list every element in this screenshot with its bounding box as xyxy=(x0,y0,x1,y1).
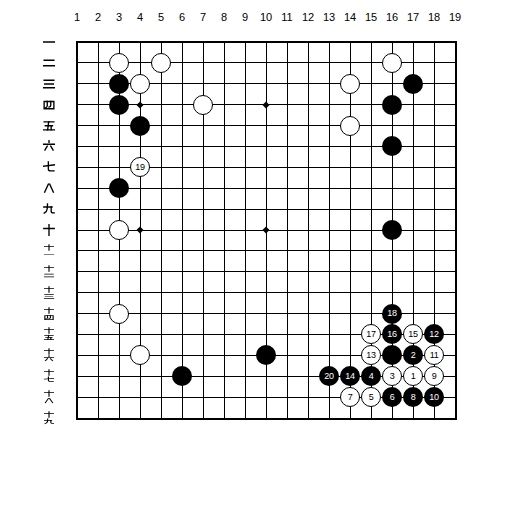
move-number: 17 xyxy=(366,330,375,339)
go-diagram-page: 12345678910111213141516171819 1234567891… xyxy=(0,0,512,512)
white-stone-17-15-move-15: 15 xyxy=(403,324,423,344)
row-label-1 xyxy=(43,36,56,49)
move-number: 5 xyxy=(369,393,374,402)
column-label-17: 17 xyxy=(407,12,419,23)
white-stone-16-2 xyxy=(382,53,402,73)
black-stone-16-4 xyxy=(382,95,402,115)
white-stone-3-14 xyxy=(109,304,129,324)
grid-line-horizontal xyxy=(77,271,455,272)
row-label-5 xyxy=(43,119,56,132)
white-stone-15-18-move-5: 5 xyxy=(361,387,381,407)
move-number: 2 xyxy=(411,351,416,360)
black-stone-16-15-move-16: 16 xyxy=(382,324,402,344)
column-label-13: 13 xyxy=(323,12,335,23)
row-label-15 xyxy=(44,327,55,341)
column-label-5: 5 xyxy=(158,12,164,23)
grid-line-horizontal xyxy=(77,292,455,293)
column-label-12: 12 xyxy=(302,12,314,23)
grid-line-horizontal xyxy=(77,250,455,251)
row-label-7 xyxy=(43,161,56,174)
move-number: 14 xyxy=(345,372,354,381)
row-label-8 xyxy=(43,182,56,195)
move-number: 12 xyxy=(429,330,438,339)
row-label-3 xyxy=(43,77,56,90)
black-stone-10-16 xyxy=(256,345,276,365)
column-label-1: 1 xyxy=(74,12,80,23)
row-label-10 xyxy=(43,224,56,237)
grid-line-horizontal xyxy=(77,188,455,189)
row-label-12 xyxy=(44,265,55,279)
black-stone-3-4 xyxy=(109,95,129,115)
row-label-11 xyxy=(44,244,55,258)
row-label-17 xyxy=(44,369,55,383)
column-label-8: 8 xyxy=(221,12,227,23)
black-stone-16-6 xyxy=(382,136,402,156)
move-number: 6 xyxy=(390,393,395,402)
column-label-14: 14 xyxy=(344,12,356,23)
move-number: 8 xyxy=(411,393,416,402)
white-stone-15-16-move-13: 13 xyxy=(361,345,381,365)
black-stone-18-18-move-10: 10 xyxy=(424,387,444,407)
move-number: 20 xyxy=(324,372,333,381)
white-stone-5-2 xyxy=(151,53,171,73)
white-stone-15-15-move-17: 17 xyxy=(361,324,381,344)
black-stone-17-16-move-2: 2 xyxy=(403,345,423,365)
move-number: 9 xyxy=(432,372,437,381)
white-stone-18-16-move-11: 11 xyxy=(424,345,444,365)
black-stone-16-16 xyxy=(382,345,402,365)
move-number: 1 xyxy=(411,372,416,381)
move-number: 11 xyxy=(430,351,439,360)
column-label-11: 11 xyxy=(281,12,292,23)
black-stone-16-14-move-18: 18 xyxy=(382,304,402,324)
white-stone-14-5 xyxy=(340,116,360,136)
row-label-14 xyxy=(44,307,55,321)
row-label-16 xyxy=(44,348,55,362)
black-stone-17-3 xyxy=(403,74,423,94)
move-number: 3 xyxy=(390,372,395,381)
row-label-9 xyxy=(43,203,56,216)
white-stone-4-16 xyxy=(130,345,150,365)
row-label-13 xyxy=(44,286,55,300)
move-number: 19 xyxy=(135,163,144,172)
row-label-6 xyxy=(43,140,56,153)
move-number: 10 xyxy=(429,393,438,402)
black-stone-18-15-move-12: 12 xyxy=(424,324,444,344)
white-stone-3-10 xyxy=(109,220,129,240)
move-number: 16 xyxy=(387,330,396,339)
column-label-15: 15 xyxy=(365,12,377,23)
black-stone-17-18-move-8: 8 xyxy=(403,387,423,407)
white-stone-4-7-move-19: 19 xyxy=(130,157,150,177)
white-stone-14-18-move-7: 7 xyxy=(340,387,360,407)
move-number: 13 xyxy=(366,351,375,360)
grid-line-horizontal xyxy=(77,209,455,210)
black-stone-3-8 xyxy=(109,178,129,198)
column-label-18: 18 xyxy=(428,12,440,23)
white-stone-4-3 xyxy=(130,74,150,94)
white-stone-3-2 xyxy=(109,53,129,73)
black-stone-13-17-move-20: 20 xyxy=(319,366,339,386)
white-stone-7-4 xyxy=(193,95,213,115)
white-stone-17-17-move-1: 1 xyxy=(403,366,423,386)
black-stone-4-5 xyxy=(130,116,150,136)
column-label-9: 9 xyxy=(242,12,248,23)
column-label-6: 6 xyxy=(179,12,185,23)
column-label-10: 10 xyxy=(260,12,272,23)
move-number: 18 xyxy=(387,309,396,318)
black-stone-14-17-move-14: 14 xyxy=(340,366,360,386)
black-stone-3-3 xyxy=(109,74,129,94)
column-label-2: 2 xyxy=(95,12,101,23)
white-stone-16-17-move-3: 3 xyxy=(382,366,402,386)
black-stone-16-10 xyxy=(382,220,402,240)
row-label-18 xyxy=(44,390,55,404)
row-label-2 xyxy=(43,56,56,69)
black-stone-6-17 xyxy=(172,366,192,386)
row-label-19 xyxy=(44,411,55,425)
column-label-7: 7 xyxy=(200,12,206,23)
move-number: 7 xyxy=(348,393,353,402)
move-number: 4 xyxy=(369,372,374,381)
move-number: 15 xyxy=(408,330,417,339)
white-stone-14-3 xyxy=(340,74,360,94)
white-stone-18-17-move-9: 9 xyxy=(424,366,444,386)
column-label-3: 3 xyxy=(116,12,122,23)
black-stone-16-18-move-6: 6 xyxy=(382,387,402,407)
column-label-16: 16 xyxy=(386,12,398,23)
row-label-4 xyxy=(43,98,56,111)
column-label-4: 4 xyxy=(137,12,143,23)
black-stone-15-17-move-4: 4 xyxy=(361,366,381,386)
column-label-19: 19 xyxy=(449,12,461,23)
